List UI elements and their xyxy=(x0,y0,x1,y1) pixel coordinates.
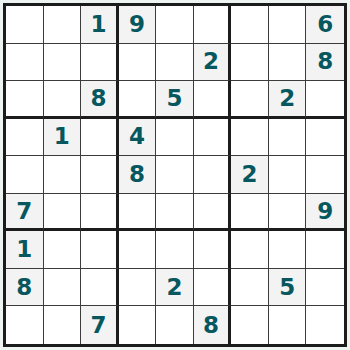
cell-r4c3[interactable] xyxy=(81,119,119,157)
cell-r9c2[interactable] xyxy=(44,306,82,344)
cell-r1c3: 1 xyxy=(81,6,119,44)
cell-r7c7[interactable] xyxy=(231,231,269,269)
cell-r7c5[interactable] xyxy=(156,231,194,269)
cell-r6c8[interactable] xyxy=(269,194,307,232)
cell-r9c7[interactable] xyxy=(231,306,269,344)
cell-r6c7[interactable] xyxy=(231,194,269,232)
cell-r3c9[interactable] xyxy=(306,81,344,119)
cell-r8c4[interactable] xyxy=(119,269,157,307)
cell-r8c1: 8 xyxy=(6,269,44,307)
cell-r3c6[interactable] xyxy=(194,81,232,119)
cell-r5c2[interactable] xyxy=(44,156,82,194)
cell-r3c4[interactable] xyxy=(119,81,157,119)
cell-r4c8[interactable] xyxy=(269,119,307,157)
cell-r3c5: 5 xyxy=(156,81,194,119)
cell-r2c2[interactable] xyxy=(44,44,82,82)
cell-r7c2[interactable] xyxy=(44,231,82,269)
cell-r5c9[interactable] xyxy=(306,156,344,194)
cell-r9c6: 8 xyxy=(194,306,232,344)
cell-r9c5[interactable] xyxy=(156,306,194,344)
cell-r4c6[interactable] xyxy=(194,119,232,157)
cell-r2c3[interactable] xyxy=(81,44,119,82)
cell-r9c1[interactable] xyxy=(6,306,44,344)
cell-r5c3[interactable] xyxy=(81,156,119,194)
cell-r6c5[interactable] xyxy=(156,194,194,232)
cell-r2c9: 8 xyxy=(306,44,344,82)
cell-r7c9[interactable] xyxy=(306,231,344,269)
cell-r5c1[interactable] xyxy=(6,156,44,194)
sudoku-board-wrapper: 19628852148279182578 xyxy=(3,3,347,347)
cell-r2c1[interactable] xyxy=(6,44,44,82)
cell-r3c7[interactable] xyxy=(231,81,269,119)
cell-r8c7[interactable] xyxy=(231,269,269,307)
cell-r5c4: 8 xyxy=(119,156,157,194)
cell-r6c2[interactable] xyxy=(44,194,82,232)
cell-r9c3: 7 xyxy=(81,306,119,344)
cell-r1c6[interactable] xyxy=(194,6,232,44)
cell-r5c8[interactable] xyxy=(269,156,307,194)
cell-r2c7[interactable] xyxy=(231,44,269,82)
cell-r5c6[interactable] xyxy=(194,156,232,194)
sudoku-board: 19628852148279182578 xyxy=(3,3,347,347)
cell-r4c5[interactable] xyxy=(156,119,194,157)
cell-r3c8: 2 xyxy=(269,81,307,119)
cell-r7c6[interactable] xyxy=(194,231,232,269)
cell-r7c8[interactable] xyxy=(269,231,307,269)
cell-r6c9: 9 xyxy=(306,194,344,232)
cell-r1c1[interactable] xyxy=(6,6,44,44)
cell-r9c9[interactable] xyxy=(306,306,344,344)
cell-r3c3: 8 xyxy=(81,81,119,119)
cell-r8c2[interactable] xyxy=(44,269,82,307)
cell-r4c1[interactable] xyxy=(6,119,44,157)
cell-r4c4: 4 xyxy=(119,119,157,157)
cell-r8c6[interactable] xyxy=(194,269,232,307)
cell-r2c8[interactable] xyxy=(269,44,307,82)
cell-r2c5[interactable] xyxy=(156,44,194,82)
cell-r4c7[interactable] xyxy=(231,119,269,157)
cell-r5c5[interactable] xyxy=(156,156,194,194)
cell-r6c1: 7 xyxy=(6,194,44,232)
cell-r7c3[interactable] xyxy=(81,231,119,269)
cell-r6c4[interactable] xyxy=(119,194,157,232)
cell-r9c8[interactable] xyxy=(269,306,307,344)
cell-r3c2[interactable] xyxy=(44,81,82,119)
cell-r1c7[interactable] xyxy=(231,6,269,44)
cell-r4c9[interactable] xyxy=(306,119,344,157)
cell-r6c6[interactable] xyxy=(194,194,232,232)
cell-r7c1: 1 xyxy=(6,231,44,269)
cell-r8c5: 2 xyxy=(156,269,194,307)
cell-r2c6: 2 xyxy=(194,44,232,82)
cell-r4c2: 1 xyxy=(44,119,82,157)
cell-r1c8[interactable] xyxy=(269,6,307,44)
cell-r1c4: 9 xyxy=(119,6,157,44)
cell-r8c8: 5 xyxy=(269,269,307,307)
cell-r7c4[interactable] xyxy=(119,231,157,269)
cell-r8c9[interactable] xyxy=(306,269,344,307)
cell-r3c1[interactable] xyxy=(6,81,44,119)
cell-r1c9: 6 xyxy=(306,6,344,44)
cell-r1c5[interactable] xyxy=(156,6,194,44)
cell-r5c7: 2 xyxy=(231,156,269,194)
cell-r8c3[interactable] xyxy=(81,269,119,307)
cell-r1c2[interactable] xyxy=(44,6,82,44)
cell-r6c3[interactable] xyxy=(81,194,119,232)
cell-r9c4[interactable] xyxy=(119,306,157,344)
cell-r2c4[interactable] xyxy=(119,44,157,82)
